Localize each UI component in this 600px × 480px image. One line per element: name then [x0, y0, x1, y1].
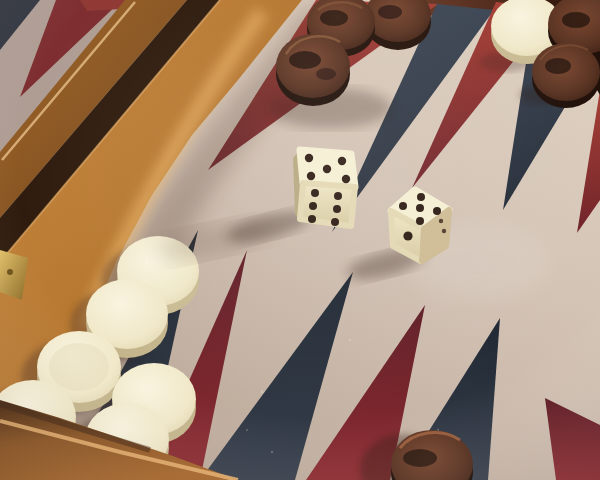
vignette [0, 0, 600, 480]
backgammon-board [0, 0, 600, 480]
backgammon-photo: Angled close-up photo of an open leather… [0, 0, 600, 480]
